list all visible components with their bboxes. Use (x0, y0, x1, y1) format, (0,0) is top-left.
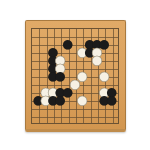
white-stone: ● (79, 96, 86, 104)
stones-grid: ●●●●●●●●●●●●●●●●●●●●●●●●●●●●●●● (27, 24, 122, 128)
white-stone: ● (93, 56, 100, 64)
white-stone: ● (101, 72, 108, 80)
black-stone: ● (108, 96, 115, 104)
black-stone: ● (64, 40, 71, 48)
go-board[interactable]: ●●●●●●●●●●●●●●●●●●●●●●●●●●●●●●● (25, 20, 126, 132)
black-stone: ● (57, 72, 64, 80)
black-stone: ● (57, 96, 64, 104)
